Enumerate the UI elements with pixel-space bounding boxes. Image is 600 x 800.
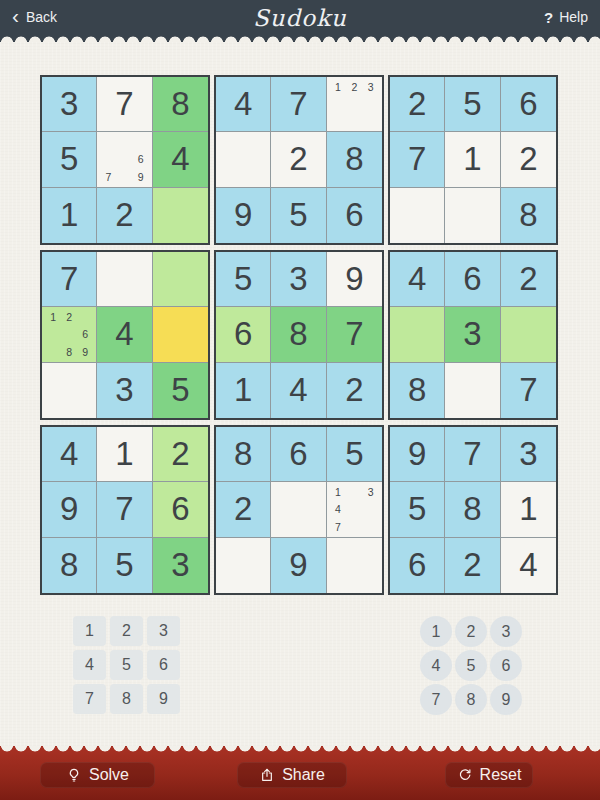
cell-value: 1 [234, 371, 252, 409]
cell-r4c5[interactable]: 3 [271, 252, 326, 307]
cell-value: 6 [519, 85, 537, 123]
cell-value: 6 [408, 546, 426, 584]
cell-value: 7 [519, 371, 537, 409]
cell-value: 5 [463, 85, 481, 123]
numpad-left-key-9[interactable]: 9 [147, 684, 180, 714]
numpad-right-key-5[interactable]: 5 [455, 650, 487, 681]
numpad-circles: 123456789 [420, 616, 522, 715]
cell-value: 1 [60, 196, 78, 234]
cell-value: 6 [234, 315, 252, 353]
cell-value: 4 [519, 546, 537, 584]
cell-r3c3[interactable] [153, 188, 208, 243]
cell-r9c9[interactable]: 4 [501, 538, 556, 593]
cell-r1c1[interactable]: 3 [42, 77, 97, 132]
cell-r8c3[interactable]: 6 [153, 482, 208, 537]
back-button[interactable]: ‹ Back [12, 0, 57, 34]
cell-value: 9 [289, 546, 307, 584]
cell-value: 4 [289, 371, 307, 409]
cell-value: 6 [289, 435, 307, 473]
cell-value: 9 [60, 490, 78, 528]
cell-value: 7 [115, 85, 133, 123]
cell-r2c3[interactable]: 4 [153, 132, 208, 187]
cell-value: 7 [115, 490, 133, 528]
cell-r9c7[interactable]: 6 [390, 538, 445, 593]
cell-r1c3[interactable]: 8 [153, 77, 208, 132]
numpad-left-key-3[interactable]: 3 [147, 616, 180, 646]
cell-value: 4 [115, 315, 133, 353]
cell-r3c6[interactable]: 6 [327, 188, 382, 243]
numpad-right-key-7[interactable]: 7 [420, 684, 452, 715]
cell-r3c7[interactable] [390, 188, 445, 243]
cell-value: 3 [115, 371, 133, 409]
solve-label: Solve [89, 766, 129, 784]
cell-value: 1 [463, 140, 481, 178]
box-1-2: 4712328956 [214, 75, 384, 245]
cell-r8c1[interactable]: 9 [42, 482, 97, 537]
cell-r6c6[interactable]: 2 [327, 363, 382, 418]
page-title: Sudoku [0, 0, 600, 36]
cell-value: 2 [463, 546, 481, 584]
cell-value: 8 [463, 490, 481, 528]
cell-value: 8 [234, 435, 252, 473]
cell-r2c8[interactable]: 1 [445, 132, 500, 187]
cell-value: 1 [115, 435, 133, 473]
cell-value: 4 [408, 260, 426, 298]
cell-r7c8[interactable]: 7 [445, 427, 500, 482]
cell-r7c1[interactable]: 4 [42, 427, 97, 482]
numpad-left-key-5[interactable]: 5 [110, 650, 143, 680]
cell-r2c9[interactable]: 2 [501, 132, 556, 187]
cell-value: 2 [171, 435, 189, 473]
cell-r9c5[interactable]: 9 [271, 538, 326, 593]
pencil-marks: 679 [100, 133, 148, 185]
cell-r9c4[interactable] [216, 538, 271, 593]
cell-r8c2[interactable]: 7 [97, 482, 152, 537]
cell-r8c9[interactable]: 1 [501, 482, 556, 537]
cell-r8c5[interactable] [271, 482, 326, 537]
cell-r4c2[interactable] [97, 252, 152, 307]
cell-r3c8[interactable] [445, 188, 500, 243]
cell-r8c7[interactable]: 5 [390, 482, 445, 537]
cell-value: 5 [115, 546, 133, 584]
cell-value: 8 [60, 546, 78, 584]
reset-label: Reset [480, 766, 522, 784]
cell-value: 7 [60, 260, 78, 298]
cell-r7c2[interactable]: 1 [97, 427, 152, 482]
cell-r6c3[interactable]: 5 [153, 363, 208, 418]
cell-value: 6 [171, 490, 189, 528]
cell-r9c3[interactable]: 3 [153, 538, 208, 593]
cell-r8c4[interactable]: 2 [216, 482, 271, 537]
cell-r3c9[interactable]: 8 [501, 188, 556, 243]
lightbulb-icon [66, 767, 82, 783]
cell-value: 3 [171, 546, 189, 584]
cell-value: 5 [234, 260, 252, 298]
cell-r6c8[interactable] [445, 363, 500, 418]
share-label: Share [282, 766, 325, 784]
cell-value: 8 [171, 85, 189, 123]
cell-r8c6[interactable]: 1347 [327, 482, 382, 537]
cell-value: 2 [234, 490, 252, 528]
cell-value: 6 [345, 196, 363, 234]
box-1-3: 2567128 [388, 75, 558, 245]
cell-r2c2[interactable]: 679 [97, 132, 152, 187]
back-label: Back [26, 9, 57, 25]
cell-value: 2 [289, 140, 307, 178]
numpad-right-key-3[interactable]: 3 [490, 616, 522, 647]
numpad-left-key-2[interactable]: 2 [110, 616, 143, 646]
cell-value: 4 [234, 85, 252, 123]
cell-value: 1 [519, 490, 537, 528]
cell-r4c6[interactable]: 9 [327, 252, 382, 307]
back-chevron-icon: ‹ [12, 5, 19, 26]
numpad-right-key-8[interactable]: 8 [455, 684, 487, 715]
box-3-1: 412976853 [40, 425, 210, 595]
cell-r1c8[interactable]: 5 [445, 77, 500, 132]
cell-r4c9[interactable]: 2 [501, 252, 556, 307]
numpad-squares: 123456789 [73, 616, 180, 714]
cell-r7c7[interactable]: 9 [390, 427, 445, 482]
cell-r4c8[interactable]: 6 [445, 252, 500, 307]
cell-value: 5 [289, 196, 307, 234]
cell-r6c5[interactable]: 4 [271, 363, 326, 418]
cell-value: 2 [408, 85, 426, 123]
cell-r9c2[interactable]: 5 [97, 538, 152, 593]
cell-value: 5 [60, 140, 78, 178]
numpad-right-key-6[interactable]: 6 [490, 650, 522, 681]
cell-r8c8[interactable]: 8 [445, 482, 500, 537]
numpad-right-key-1[interactable]: 1 [420, 616, 452, 647]
solve-button[interactable]: Solve [40, 762, 155, 788]
box-3-2: 865213479 [214, 425, 384, 595]
numpad-right-key-4[interactable]: 4 [420, 650, 452, 681]
box-2-1: 712689435 [40, 250, 210, 420]
cell-r1c4[interactable]: 4 [216, 77, 271, 132]
cell-r5c9[interactable] [501, 307, 556, 362]
cell-r7c5[interactable]: 6 [271, 427, 326, 482]
cell-value: 4 [60, 435, 78, 473]
top-bar: ‹ Back Sudoku ? Help [0, 0, 600, 42]
cell-value: 9 [345, 260, 363, 298]
cell-r4c3[interactable] [153, 252, 208, 307]
cell-r3c5[interactable]: 5 [271, 188, 326, 243]
cell-r6c2[interactable]: 3 [97, 363, 152, 418]
cell-r1c7[interactable]: 2 [390, 77, 445, 132]
cell-value: 5 [345, 435, 363, 473]
cell-value: 5 [408, 490, 426, 528]
numpad-left-key-4[interactable]: 4 [73, 650, 106, 680]
cell-r3c2[interactable]: 2 [97, 188, 152, 243]
cell-r7c4[interactable]: 8 [216, 427, 271, 482]
cell-r5c1[interactable]: 12689 [42, 307, 97, 362]
cell-r9c1[interactable]: 8 [42, 538, 97, 593]
cell-r2c4[interactable] [216, 132, 271, 187]
cell-r6c4[interactable]: 1 [216, 363, 271, 418]
cell-value: 2 [115, 196, 133, 234]
help-label: Help [559, 9, 588, 25]
help-button[interactable]: ? Help [544, 0, 588, 34]
cell-value: 5 [171, 371, 189, 409]
cell-r7c3[interactable]: 2 [153, 427, 208, 482]
box-2-2: 539687142 [214, 250, 384, 420]
cell-r6c9[interactable]: 7 [501, 363, 556, 418]
cell-value: 3 [463, 315, 481, 353]
numpad-left-key-1[interactable]: 1 [73, 616, 106, 646]
toolbar-scalloped-edge [0, 746, 600, 754]
cell-r9c8[interactable]: 2 [445, 538, 500, 593]
box-2-3: 462387 [388, 250, 558, 420]
box-3-3: 973581624 [388, 425, 558, 595]
numpad-left-key-7[interactable]: 7 [73, 684, 106, 714]
cell-value: 2 [519, 140, 537, 178]
cell-r4c1[interactable]: 7 [42, 252, 97, 307]
pencil-marks: 1347 [330, 483, 379, 535]
cell-value: 8 [519, 196, 537, 234]
cell-r2c1[interactable]: 5 [42, 132, 97, 187]
cell-value: 7 [408, 140, 426, 178]
cell-r1c9[interactable]: 6 [501, 77, 556, 132]
cell-value: 8 [345, 140, 363, 178]
cell-r1c6[interactable]: 123 [327, 77, 382, 132]
cell-r6c1[interactable] [42, 363, 97, 418]
help-icon: ? [544, 9, 553, 26]
cell-value: 2 [519, 260, 537, 298]
cell-r5c2[interactable]: 4 [97, 307, 152, 362]
cell-r1c2[interactable]: 7 [97, 77, 152, 132]
cell-r2c5[interactable]: 2 [271, 132, 326, 187]
cell-value: 9 [408, 435, 426, 473]
cell-r7c6[interactable]: 5 [327, 427, 382, 482]
cell-value: 7 [463, 435, 481, 473]
cell-r6c7[interactable]: 8 [390, 363, 445, 418]
pencil-marks: 123 [330, 78, 379, 130]
cell-r5c8[interactable]: 3 [445, 307, 500, 362]
cell-value: 6 [463, 260, 481, 298]
cell-r2c6[interactable]: 8 [327, 132, 382, 187]
cell-value: 3 [519, 435, 537, 473]
numpad-right-key-9[interactable]: 9 [490, 684, 522, 715]
cell-value: 3 [289, 260, 307, 298]
cell-value: 8 [289, 315, 307, 353]
numpad-left-key-8[interactable]: 8 [110, 684, 143, 714]
cell-r5c7[interactable] [390, 307, 445, 362]
cell-r4c7[interactable]: 4 [390, 252, 445, 307]
cell-value: 8 [408, 371, 426, 409]
cell-r5c4[interactable]: 6 [216, 307, 271, 362]
bottom-toolbar: Solve Share Reset [0, 746, 600, 800]
cell-r5c5[interactable]: 8 [271, 307, 326, 362]
cell-r3c4[interactable]: 9 [216, 188, 271, 243]
numpad-right-key-2[interactable]: 2 [455, 616, 487, 647]
cell-value: 2 [345, 371, 363, 409]
cell-r2c7[interactable]: 7 [390, 132, 445, 187]
cell-r5c6[interactable]: 7 [327, 307, 382, 362]
share-button[interactable]: Share [237, 762, 347, 788]
cell-r4c4[interactable]: 5 [216, 252, 271, 307]
pencil-marks: 12689 [45, 308, 93, 360]
cell-r9c6[interactable] [327, 538, 382, 593]
topbar-scalloped-edge [0, 34, 600, 42]
reset-button[interactable]: Reset [445, 762, 533, 788]
box-1-1: 3785679412 [40, 75, 210, 245]
numpad-left-key-6[interactable]: 6 [147, 650, 180, 680]
share-icon [259, 767, 275, 783]
cell-value: 3 [60, 85, 78, 123]
cell-r7c9[interactable]: 3 [501, 427, 556, 482]
cell-r1c5[interactable]: 7 [271, 77, 326, 132]
reset-icon [457, 767, 473, 783]
cell-r5c3[interactable] [153, 307, 208, 362]
cell-value: 9 [234, 196, 252, 234]
sudoku-board: 3785679412471232895625671287126894355396… [40, 75, 558, 595]
cell-value: 7 [345, 315, 363, 353]
cell-value: 4 [171, 140, 189, 178]
cell-value: 7 [289, 85, 307, 123]
cell-r3c1[interactable]: 1 [42, 188, 97, 243]
